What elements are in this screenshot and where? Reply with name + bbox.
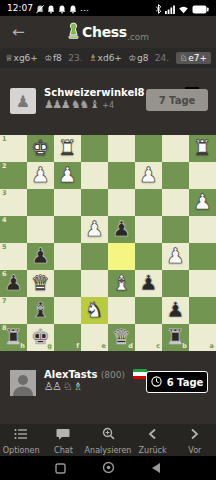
square-b1[interactable] (162, 135, 189, 162)
toolbar-optionen[interactable]: Optionen (0, 424, 42, 456)
square-b6[interactable] (162, 270, 189, 297)
white-pawn-c2: ♟ (135, 162, 162, 189)
square-e8[interactable]: e (81, 324, 108, 351)
square-a5[interactable] (189, 243, 216, 270)
flag-iran-icon (133, 369, 147, 379)
square-f8[interactable]: f (54, 324, 81, 351)
white-queen-g6: ♛ (27, 270, 54, 297)
square-b7[interactable]: ♟ (162, 297, 189, 324)
square-g7[interactable]: ♝ (27, 297, 54, 324)
square-b3[interactable] (162, 189, 189, 216)
white-pawn-e4: ♟ (81, 216, 108, 243)
square-c1[interactable] (135, 135, 162, 162)
square-d8[interactable]: d♛ (108, 324, 135, 351)
square-a7[interactable] (189, 297, 216, 324)
logo-text-chess: Chess (82, 24, 127, 40)
square-e4[interactable]: ♟ (81, 216, 108, 243)
square-e1[interactable] (81, 135, 108, 162)
square-d5[interactable] (108, 243, 135, 270)
chesscom-logo: Chess .com (67, 22, 149, 43)
piece-figurine: ♗ (89, 53, 97, 63)
square-g3[interactable] (27, 189, 54, 216)
square-c3[interactable] (135, 189, 162, 216)
square-h1[interactable]: 1 (0, 135, 27, 162)
square-d3[interactable] (108, 189, 135, 216)
square-g2[interactable]: ♟ (27, 162, 54, 189)
square-g5[interactable]: ♟ (27, 243, 54, 270)
player-info-bottom: AlexTasts (800) ♙♙ ♘ ♗ (44, 369, 147, 393)
cell-signal-icon (165, 0, 175, 18)
clock-bottom[interactable]: 6 Tage (146, 371, 208, 393)
square-d2[interactable] (108, 162, 135, 189)
app-header: ← Chess .com (0, 16, 216, 48)
piece-figurine: ♕ (5, 53, 13, 63)
toolbar-label: Zurück (139, 446, 167, 455)
logo-text-com: .com (127, 32, 149, 43)
square-g8[interactable]: g♚ (27, 324, 54, 351)
black-rook-b8: ♜ (162, 324, 189, 351)
bell-icon (58, 0, 66, 18)
status-more-dots: … (80, 6, 90, 10)
square-h6[interactable]: 6♟ (0, 270, 27, 297)
coord-rank-3: 3 (2, 190, 7, 197)
white-pawn-f2: ♟ (54, 162, 81, 189)
status-right (155, 0, 209, 18)
square-h2[interactable]: 2 (0, 162, 27, 189)
square-h5[interactable]: 5 (0, 243, 27, 270)
square-h3[interactable]: 3 (0, 189, 27, 216)
list-icon (14, 425, 28, 444)
toolbar-label: Vor (188, 446, 201, 455)
toolbar-label: Optionen (3, 446, 40, 455)
coord-rank-4: 4 (2, 217, 7, 224)
white-pawn-a3: ♟ (189, 189, 216, 216)
player-rating-bottom: (800) (101, 370, 125, 380)
square-b8[interactable]: b♜ (162, 324, 189, 351)
square-f5[interactable] (54, 243, 81, 270)
black-pawn-g5: ♟ (27, 243, 54, 270)
avatar-bottom[interactable] (10, 370, 36, 396)
coord-rank-2: 2 (2, 163, 7, 170)
home-button[interactable] (102, 459, 115, 478)
square-h7[interactable]: 7 (0, 297, 27, 324)
player-name-bottom: AlexTasts (800) (44, 369, 147, 380)
chevron-right-icon (190, 425, 199, 444)
move-item[interactable]: ♔g8 (128, 53, 148, 63)
clock-icon (151, 376, 162, 389)
square-f3[interactable] (54, 189, 81, 216)
black-pawn-h6: ♟ (0, 270, 27, 297)
black-bishop-g7: ♝ (27, 297, 54, 324)
back-nav-button[interactable] (151, 459, 161, 478)
white-bishop-d6: ♝ (108, 270, 135, 297)
move-number: 23. (68, 53, 82, 63)
toolbar-chat[interactable]: Chat (42, 424, 84, 456)
recents-button[interactable] (55, 459, 66, 478)
toolbar-analysieren[interactable]: Analysieren (85, 424, 132, 456)
coord-rank-1: 1 (2, 136, 7, 143)
square-f6[interactable] (54, 270, 81, 297)
chat-icon (56, 425, 70, 444)
square-a8[interactable]: a (189, 324, 216, 351)
square-e7[interactable]: ♞ (81, 297, 108, 324)
black-pawn-c6: ♟ (135, 270, 162, 297)
square-a4[interactable] (189, 216, 216, 243)
toolbar-zurck[interactable]: Zurück (131, 424, 173, 456)
captured-pieces-bottom: ♙♙ ♘ ♗ (44, 381, 147, 393)
square-g6[interactable]: ♛ (27, 270, 54, 297)
mute-bell-icon (36, 0, 44, 18)
status-time: 12:07 (7, 3, 33, 13)
white-king-g1: ♚ (27, 135, 54, 162)
move-number: 24. (155, 53, 169, 63)
square-f4[interactable] (54, 216, 81, 243)
white-pawn-g2: ♟ (27, 162, 54, 189)
move-item[interactable]: ♗xd6+ (89, 53, 122, 63)
player-card-top: ♟ Schweizerwinkel8 (1200) ♟♟♟ ♞♞ ♝+4 7 T… (0, 86, 216, 128)
square-c5[interactable] (135, 243, 162, 270)
material-advantage: +4 (102, 101, 114, 110)
chess-board: 1♚♜♜2♟♟♟3♟4♟♟5♟♟6♟♛♝♟7♝♞♟8h♜g♚fed♛cb♜a (0, 135, 216, 351)
back-button[interactable]: ← (12, 23, 25, 41)
move-item[interactable]: ♕xg6+ (5, 53, 38, 63)
magnify-icon (102, 425, 115, 444)
square-d4[interactable]: ♟ (108, 216, 135, 243)
wifi-icon (178, 0, 189, 18)
flag-stripe (133, 376, 147, 379)
battery-icon (192, 0, 209, 18)
player-name-text: AlexTasts (44, 369, 97, 380)
bottom-toolbar: OptionenChatAnalysierenZurückVor (0, 424, 216, 456)
black-queen-d8: ♛ (108, 324, 135, 351)
clock-top[interactable]: 7 Tage (146, 89, 208, 111)
coord-file-c: c (156, 343, 160, 350)
phone-screen: 12:07 … ← Chess .com ♕xg6+♔f823.♗xd6+♔g8… (0, 0, 216, 480)
piece-figurine: ♘ (180, 53, 188, 63)
square-a3[interactable]: ♟ (189, 189, 216, 216)
coord-rank-5: 5 (2, 244, 7, 251)
black-king-g8: ♚ (27, 324, 54, 351)
chevron-left-icon (148, 425, 157, 444)
android-navbar (0, 456, 216, 480)
white-rook-f1: ♜ (54, 135, 81, 162)
square-b5[interactable]: ♟ (162, 243, 189, 270)
square-f7[interactable] (54, 297, 81, 324)
toolbar-label: Chat (54, 446, 73, 455)
coord-file-f: f (76, 343, 79, 350)
black-pawn-b7: ♟ (162, 297, 189, 324)
move-item[interactable]: ♔f8 (44, 53, 61, 63)
square-g1[interactable]: ♚ (27, 135, 54, 162)
square-b4[interactable] (162, 216, 189, 243)
square-c4[interactable] (135, 216, 162, 243)
player-name-text: Schweizerwinkel8 (44, 87, 145, 98)
square-c2[interactable]: ♟ (135, 162, 162, 189)
status-left: 12:07 … (7, 0, 90, 18)
square-d7[interactable] (108, 297, 135, 324)
square-f2[interactable]: ♟ (54, 162, 81, 189)
piece-figurine: ♔ (128, 53, 136, 63)
clock-top-label: 7 Tage (159, 95, 196, 106)
square-d1[interactable] (108, 135, 135, 162)
bluetooth-icon (155, 0, 162, 18)
avatar-top[interactable]: ♟ (10, 88, 36, 114)
square-c7[interactable] (135, 297, 162, 324)
chesscom-pawn-icon (67, 22, 80, 43)
square-c6[interactable]: ♟ (135, 270, 162, 297)
square-h8[interactable]: 8h♜ (0, 324, 27, 351)
bell-icon (47, 0, 55, 18)
coord-file-e: e (102, 343, 106, 350)
move-list: ♕xg6+♔f823.♗xd6+♔g824.♘e7+ (0, 48, 216, 68)
toolbar-label: Analysieren (85, 446, 132, 455)
square-e3[interactable] (81, 189, 108, 216)
move-current[interactable]: ♘e7+ (176, 52, 211, 64)
square-a2[interactable] (189, 162, 216, 189)
square-e2[interactable] (81, 162, 108, 189)
square-a1[interactable]: ♜ (189, 135, 216, 162)
white-knight-e7: ♞ (81, 297, 108, 324)
captured-glyphs: ♙♙ ♘ ♗ (44, 380, 81, 393)
white-rook-a1: ♜ (189, 135, 216, 162)
toolbar-vor[interactable]: Vor (174, 424, 216, 456)
bell-icon (69, 0, 77, 18)
player-card-bottom: AlexTasts (800) ♙♙ ♘ ♗ 6 Tage (0, 368, 216, 410)
captured-glyphs: ♟♟♟ ♞♞ ♝ (44, 98, 98, 111)
square-e5[interactable] (81, 243, 108, 270)
square-e6[interactable] (81, 270, 108, 297)
coord-file-a: a (210, 343, 214, 350)
black-pawn-d4: ♟ (108, 216, 135, 243)
square-c8[interactable]: c (135, 324, 162, 351)
clock-bottom-label: 6 Tage (167, 377, 204, 388)
square-a6[interactable] (189, 270, 216, 297)
square-g4[interactable] (27, 216, 54, 243)
square-d6[interactable]: ♝ (108, 270, 135, 297)
square-h4[interactable]: 4 (0, 216, 27, 243)
white-pawn-b5: ♟ (162, 243, 189, 270)
status-bar: 12:07 … (0, 0, 216, 16)
square-f1[interactable]: ♜ (54, 135, 81, 162)
piece-figurine: ♔ (44, 53, 52, 63)
black-rook-h8: ♜ (0, 324, 27, 351)
square-b2[interactable] (162, 162, 189, 189)
coord-rank-7: 7 (2, 298, 7, 305)
